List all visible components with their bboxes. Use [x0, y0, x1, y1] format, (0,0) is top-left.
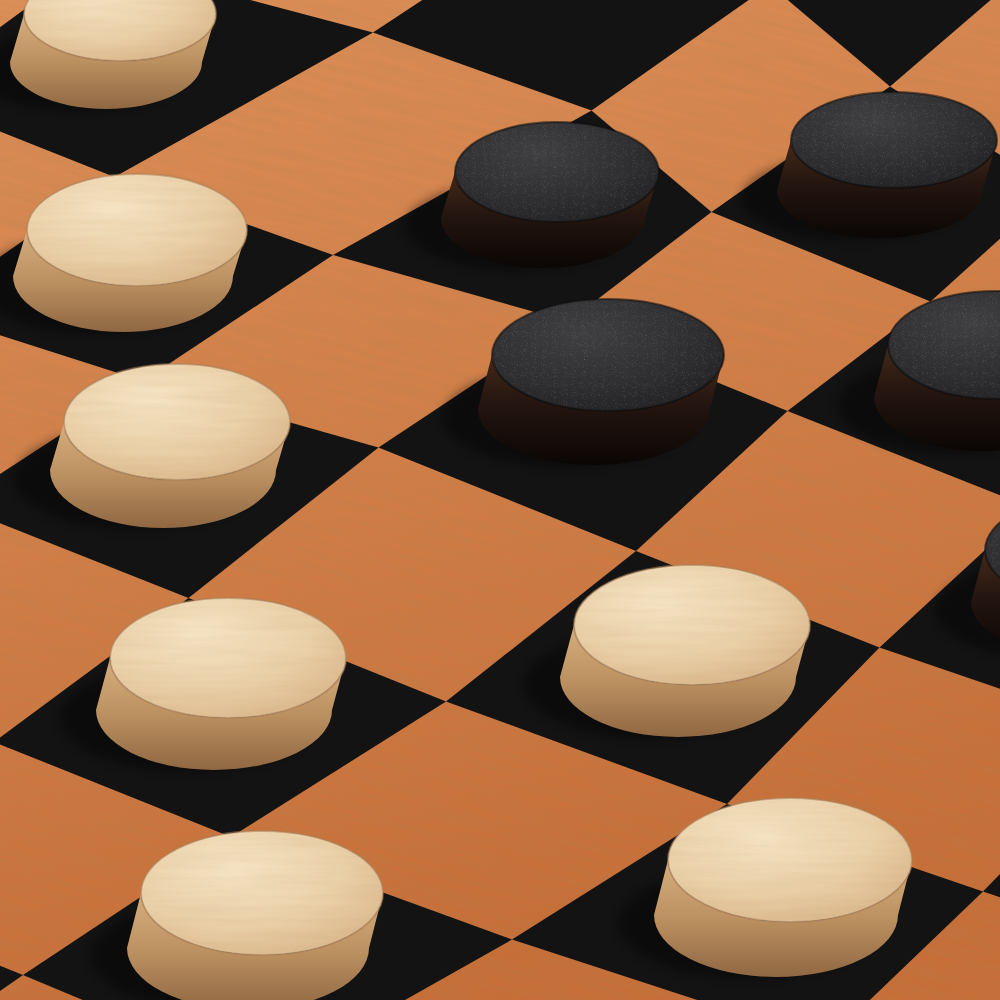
checkers-board	[0, 0, 1000, 1000]
piece-top-texture	[112, 600, 344, 716]
checkers-board-photo	[0, 0, 1000, 1000]
piece-top-texture	[66, 366, 288, 478]
piece-top-texture	[793, 94, 995, 186]
piece-top-texture	[457, 124, 657, 220]
piece-top-texture	[494, 301, 722, 409]
piece-top-texture	[576, 567, 808, 683]
piece-top-texture	[29, 176, 245, 284]
piece-top-texture	[670, 800, 910, 920]
piece-top-texture	[143, 833, 381, 953]
